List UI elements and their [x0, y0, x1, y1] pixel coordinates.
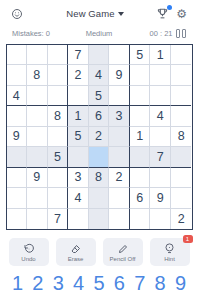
grid-cell[interactable] [150, 168, 171, 188]
grid-cell[interactable] [27, 209, 48, 229]
trophy-button[interactable] [156, 7, 169, 20]
toolbar: Undo Erase Pencil Off Hint 1 [0, 238, 198, 266]
grid-cell[interactable]: 9 [150, 188, 171, 208]
numpad-digit[interactable]: 8 [155, 273, 166, 293]
grid-cell[interactable] [7, 188, 28, 208]
grid-cell[interactable] [27, 147, 48, 167]
grid-cell[interactable]: 4 [89, 65, 110, 85]
grid-cell[interactable] [171, 45, 192, 65]
grid-cell[interactable] [27, 188, 48, 208]
timer-label: 00 : 21 [150, 29, 173, 38]
grid-cell[interactable]: 4 [150, 106, 171, 126]
grid-cell[interactable]: 8 [171, 127, 192, 147]
grid-cell[interactable]: 1 [150, 45, 171, 65]
grid-cell[interactable] [109, 188, 130, 208]
grid-cell[interactable]: 2 [89, 127, 110, 147]
grid-cell[interactable]: 2 [171, 209, 192, 229]
grid-cell[interactable] [7, 168, 28, 188]
grid-cell[interactable]: 7 [48, 209, 69, 229]
grid-cell[interactable]: 8 [27, 65, 48, 85]
grid-cell[interactable] [130, 209, 151, 229]
grid-cell[interactable] [48, 127, 69, 147]
grid-cell[interactable] [89, 147, 110, 167]
grid-cell[interactable]: 5 [89, 86, 110, 106]
grid-cell[interactable]: 7 [150, 147, 171, 167]
numpad-digit[interactable]: 6 [114, 273, 125, 293]
eraser-icon [70, 242, 82, 255]
grid-cell[interactable] [7, 209, 28, 229]
grid-cell[interactable] [109, 86, 130, 106]
hint-button[interactable]: Hint 1 [150, 238, 190, 266]
grid-cell[interactable] [89, 188, 110, 208]
numpad-digit[interactable]: 9 [175, 273, 186, 293]
grid-cell[interactable] [171, 188, 192, 208]
page-title: New Game [66, 8, 114, 19]
app-header: New Game ⚙ [0, 0, 198, 21]
grid-cell[interactable] [27, 106, 48, 126]
grid-cell[interactable] [171, 106, 192, 126]
grid-cell[interactable] [89, 209, 110, 229]
undo-label: Undo [21, 256, 35, 262]
grid-cell[interactable]: 9 [7, 127, 28, 147]
numpad-digit[interactable]: 3 [53, 273, 64, 293]
grid-cell[interactable] [27, 45, 48, 65]
grid-cell[interactable]: 7 [68, 45, 89, 65]
grid-cell[interactable]: 5 [48, 147, 69, 167]
grid-cell[interactable] [150, 127, 171, 147]
numpad-digit[interactable]: 4 [73, 273, 84, 293]
grid-cell[interactable] [7, 45, 28, 65]
grid-cell[interactable] [7, 106, 28, 126]
numpad-digit[interactable]: 2 [32, 273, 43, 293]
lightbulb-icon [163, 242, 176, 255]
new-game-button[interactable]: New Game [37, 8, 153, 19]
grid-cell[interactable]: 6 [89, 106, 110, 126]
grid-cell[interactable] [48, 188, 69, 208]
grid-cell[interactable] [130, 65, 151, 85]
grid-cell[interactable]: 6 [130, 188, 151, 208]
grid-cell[interactable] [130, 86, 151, 106]
grid-cell[interactable]: 1 [130, 127, 151, 147]
difficulty-label: Medium [64, 29, 134, 38]
grid-cell[interactable] [150, 86, 171, 106]
grid-cell[interactable] [171, 168, 192, 188]
smiley-icon[interactable] [11, 8, 23, 20]
hint-label: Hint [164, 256, 175, 262]
grid-cell[interactable] [7, 65, 28, 85]
grid-cell[interactable] [171, 65, 192, 85]
pencil-icon [117, 242, 129, 255]
grid-cell[interactable]: 8 [48, 106, 69, 126]
grid-cell[interactable] [48, 86, 69, 106]
grid-cell[interactable]: 2 [109, 168, 130, 188]
grid-cell[interactable] [130, 168, 151, 188]
undo-icon [23, 242, 35, 255]
grid-cell[interactable] [48, 45, 69, 65]
settings-gear-icon[interactable]: ⚙ [176, 8, 187, 20]
grid-cell[interactable] [109, 127, 130, 147]
grid-cell[interactable]: 4 [68, 188, 89, 208]
pause-button[interactable] [176, 29, 187, 38]
grid-cell[interactable] [27, 127, 48, 147]
grid-cell[interactable] [130, 147, 151, 167]
grid-cell[interactable]: 2 [68, 65, 89, 85]
grid-cell[interactable]: 1 [68, 106, 89, 126]
grid-cell[interactable] [130, 106, 151, 126]
pencil-label: Pencil Off [110, 256, 136, 262]
grid-cell[interactable]: 5 [68, 127, 89, 147]
grid-cell[interactable]: 3 [68, 168, 89, 188]
numpad-digit[interactable]: 1 [12, 273, 23, 293]
notification-dot [167, 5, 172, 10]
grid-cell[interactable]: 3 [109, 106, 130, 126]
grid-cell[interactable] [7, 147, 28, 167]
grid-cell[interactable] [89, 45, 110, 65]
sudoku-grid: 751824945816349521857938246972 [6, 44, 193, 230]
erase-button[interactable]: Erase [56, 238, 96, 266]
numpad-digit[interactable]: 5 [93, 273, 104, 293]
grid-cell[interactable] [27, 86, 48, 106]
chevron-down-icon [118, 12, 124, 16]
status-bar: Mistakes: 0 Medium 00 : 21 [0, 21, 198, 38]
pencil-button[interactable]: Pencil Off [103, 238, 143, 266]
grid-cell[interactable]: 9 [27, 168, 48, 188]
erase-label: Erase [68, 256, 84, 262]
undo-button[interactable]: Undo [9, 238, 49, 266]
grid-cell[interactable]: 8 [89, 168, 110, 188]
numpad-digit[interactable]: 7 [134, 273, 145, 293]
grid-cell[interactable] [68, 209, 89, 229]
grid-cell[interactable]: 4 [7, 86, 28, 106]
grid-cell[interactable] [109, 45, 130, 65]
number-pad: 123456789 [12, 273, 186, 293]
grid-cell[interactable] [171, 86, 192, 106]
grid-cell[interactable]: 5 [130, 45, 151, 65]
grid-cell[interactable] [48, 65, 69, 85]
grid-cell[interactable] [150, 65, 171, 85]
grid-cell[interactable]: 9 [109, 65, 130, 85]
grid-cell[interactable] [68, 86, 89, 106]
mistakes-label: Mistakes: 0 [12, 29, 64, 38]
grid-cell[interactable] [48, 168, 69, 188]
hint-badge: 1 [183, 235, 193, 243]
grid-cell[interactable] [171, 147, 192, 167]
grid-cell[interactable] [109, 209, 130, 229]
grid-cell[interactable] [68, 147, 89, 167]
grid-cell[interactable] [109, 147, 130, 167]
grid-cell[interactable] [150, 209, 171, 229]
